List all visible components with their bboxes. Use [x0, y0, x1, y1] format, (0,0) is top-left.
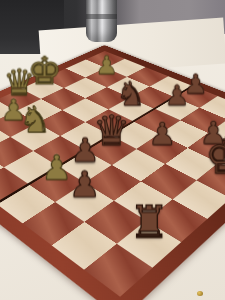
chessboard-3d-wrapper: ♜♝♛♚♟♟♟♟♞♞♟♟♛♟♟♟♟♟♜♚ [0, 51, 225, 297]
piece-white-pawn-b3[interactable]: ♟ [64, 169, 106, 202]
piece-white-pawn-g4[interactable]: ♟ [161, 83, 193, 108]
piece-white-pawn-e3[interactable]: ♟ [144, 120, 180, 149]
piece-white-knight-f5[interactable]: ♞ [115, 78, 147, 109]
bottle-label-band [86, 14, 117, 19]
piece-white-rook-b1[interactable]: ♜ [126, 202, 172, 243]
brass-clasp [197, 291, 203, 296]
photo-scene: ♜♝♛♚♟♟♟♟♞♞♟♟♛♟♟♟♟♟♜♚ [0, 0, 225, 300]
piece-black-pawn-b7[interactable]: ♟ [0, 110, 3, 138]
piece-white-king-e1[interactable]: ♚ [205, 134, 225, 180]
metal-bottle [86, 0, 117, 42]
piece-black-knight-c6[interactable]: ♞ [18, 103, 53, 136]
